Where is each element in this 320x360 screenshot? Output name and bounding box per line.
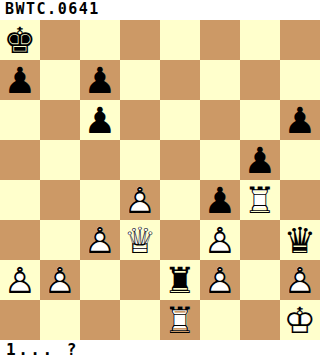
black-pawn: ♟	[0, 60, 40, 100]
square-h6[interactable]: ♟	[280, 100, 320, 140]
white-pawn: ♙	[280, 260, 320, 300]
square-a4[interactable]	[0, 180, 40, 220]
square-g1[interactable]	[240, 300, 280, 340]
white-king: ♔	[280, 300, 320, 340]
square-a8[interactable]: ♚	[0, 20, 40, 60]
black-queen: ♛	[280, 220, 320, 260]
square-h8[interactable]	[280, 20, 320, 60]
square-d8[interactable]	[120, 20, 160, 60]
square-f4[interactable]: ♟	[200, 180, 240, 220]
square-e8[interactable]	[160, 20, 200, 60]
square-h4[interactable]	[280, 180, 320, 220]
white-queen: ♕	[120, 220, 160, 260]
square-b1[interactable]	[40, 300, 80, 340]
square-g2[interactable]	[240, 260, 280, 300]
square-c8[interactable]	[80, 20, 120, 60]
square-f3[interactable]: ♟♙	[200, 220, 240, 260]
square-b7[interactable]	[40, 60, 80, 100]
square-c1[interactable]	[80, 300, 120, 340]
square-f8[interactable]	[200, 20, 240, 60]
square-b6[interactable]	[40, 100, 80, 140]
square-g5[interactable]: ♟	[240, 140, 280, 180]
black-rook: ♜	[160, 260, 200, 300]
square-f7[interactable]	[200, 60, 240, 100]
square-c5[interactable]	[80, 140, 120, 180]
white-pawn: ♙	[0, 260, 40, 300]
square-d3[interactable]: ♛♕	[120, 220, 160, 260]
white-pawn: ♙	[80, 220, 120, 260]
square-h1[interactable]: ♚♔	[280, 300, 320, 340]
square-f1[interactable]	[200, 300, 240, 340]
square-c3[interactable]: ♟♙	[80, 220, 120, 260]
square-a2[interactable]: ♟♙	[0, 260, 40, 300]
square-g6[interactable]	[240, 100, 280, 140]
square-d1[interactable]	[120, 300, 160, 340]
white-pawn: ♙	[40, 260, 80, 300]
square-f6[interactable]	[200, 100, 240, 140]
square-h3[interactable]: ♛	[280, 220, 320, 260]
square-e2[interactable]: ♜	[160, 260, 200, 300]
square-d6[interactable]	[120, 100, 160, 140]
square-h5[interactable]	[280, 140, 320, 180]
square-g4[interactable]: ♜♖	[240, 180, 280, 220]
square-b8[interactable]	[40, 20, 80, 60]
black-pawn: ♟	[80, 100, 120, 140]
square-f2[interactable]: ♟♙	[200, 260, 240, 300]
square-b2[interactable]: ♟♙	[40, 260, 80, 300]
square-d5[interactable]	[120, 140, 160, 180]
square-b4[interactable]	[40, 180, 80, 220]
puzzle-id-title: BWTC.0641	[0, 0, 320, 20]
square-f5[interactable]	[200, 140, 240, 180]
square-e1[interactable]: ♜♖	[160, 300, 200, 340]
square-e7[interactable]	[160, 60, 200, 100]
square-c7[interactable]: ♟	[80, 60, 120, 100]
move-prompt: 1... ?	[0, 340, 320, 360]
chess-board: ♚♟♟♟♟♟♟♙♟♜♖♟♙♛♕♟♙♛♟♙♟♙♜♟♙♟♙♜♖♚♔	[0, 20, 320, 340]
square-e3[interactable]	[160, 220, 200, 260]
square-a7[interactable]: ♟	[0, 60, 40, 100]
square-c6[interactable]: ♟	[80, 100, 120, 140]
square-h2[interactable]: ♟♙	[280, 260, 320, 300]
white-pawn: ♙	[200, 260, 240, 300]
white-rook: ♖	[240, 180, 280, 220]
square-g7[interactable]	[240, 60, 280, 100]
black-pawn: ♟	[200, 180, 240, 220]
white-pawn: ♙	[120, 180, 160, 220]
black-pawn: ♟	[280, 100, 320, 140]
square-d2[interactable]	[120, 260, 160, 300]
square-a3[interactable]	[0, 220, 40, 260]
square-c4[interactable]	[80, 180, 120, 220]
square-e5[interactable]	[160, 140, 200, 180]
square-e4[interactable]	[160, 180, 200, 220]
square-g3[interactable]	[240, 220, 280, 260]
black-pawn: ♟	[80, 60, 120, 100]
square-b5[interactable]	[40, 140, 80, 180]
black-king: ♚	[0, 20, 40, 60]
square-h7[interactable]	[280, 60, 320, 100]
white-rook: ♖	[160, 300, 200, 340]
white-pawn: ♙	[200, 220, 240, 260]
square-e6[interactable]	[160, 100, 200, 140]
square-d4[interactable]: ♟♙	[120, 180, 160, 220]
square-a5[interactable]	[0, 140, 40, 180]
black-pawn: ♟	[240, 140, 280, 180]
square-g8[interactable]	[240, 20, 280, 60]
square-b3[interactable]	[40, 220, 80, 260]
square-a1[interactable]	[0, 300, 40, 340]
square-d7[interactable]	[120, 60, 160, 100]
square-a6[interactable]	[0, 100, 40, 140]
square-c2[interactable]	[80, 260, 120, 300]
